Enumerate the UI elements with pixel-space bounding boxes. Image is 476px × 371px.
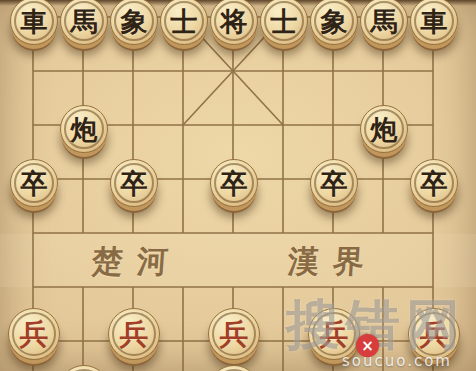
piece-glyph: 卒 xyxy=(211,160,257,206)
piece-black-馬[interactable]: 馬 xyxy=(360,0,408,45)
river-label-han-jie: 漢界 xyxy=(287,241,380,283)
piece-glyph: 兵 xyxy=(409,309,459,359)
piece-glyph: 馬 xyxy=(61,0,107,44)
piece-black-車[interactable]: 車 xyxy=(10,0,58,45)
piece-glyph: 将 xyxy=(211,0,257,44)
piece-glyph: 炮 xyxy=(209,366,259,371)
piece-black-士[interactable]: 士 xyxy=(260,0,308,45)
piece-glyph: 兵 xyxy=(209,309,259,359)
piece-red-兵[interactable]: 兵 xyxy=(308,308,360,360)
piece-glyph: 象 xyxy=(311,0,357,44)
piece-black-士[interactable]: 士 xyxy=(160,0,208,45)
piece-glyph: 卒 xyxy=(311,160,357,206)
piece-glyph: 卒 xyxy=(11,160,57,206)
piece-red-炮[interactable]: 炮 xyxy=(58,365,110,371)
piece-glyph: 士 xyxy=(261,0,307,44)
piece-glyph: 卒 xyxy=(411,160,457,206)
piece-black-象[interactable]: 象 xyxy=(110,0,158,45)
river-label-chu-he: 楚河 xyxy=(91,241,184,283)
piece-red-兵[interactable]: 兵 xyxy=(8,308,60,360)
piece-glyph: 炮 xyxy=(59,366,109,371)
piece-black-炮[interactable]: 炮 xyxy=(360,105,408,153)
piece-black-馬[interactable]: 馬 xyxy=(60,0,108,45)
piece-glyph: 炮 xyxy=(61,106,107,152)
piece-black-炮[interactable]: 炮 xyxy=(60,105,108,153)
piece-black-象[interactable]: 象 xyxy=(310,0,358,45)
piece-glyph: 兵 xyxy=(109,309,159,359)
piece-black-卒[interactable]: 卒 xyxy=(310,159,358,207)
piece-glyph: 兵 xyxy=(9,309,59,359)
piece-black-卒[interactable]: 卒 xyxy=(10,159,58,207)
piece-red-炮[interactable]: 炮 xyxy=(208,365,260,371)
piece-red-兵[interactable]: 兵 xyxy=(408,308,460,360)
piece-glyph: 士 xyxy=(161,0,207,44)
xiangqi-board[interactable]: 楚河 漢界 車馬象士将士象馬車炮炮卒卒卒卒卒兵兵兵兵兵炮炮 搜错网 × souc… xyxy=(0,0,476,371)
piece-glyph: 象 xyxy=(111,0,157,44)
piece-glyph: 車 xyxy=(11,0,57,44)
piece-black-卒[interactable]: 卒 xyxy=(110,159,158,207)
piece-black-卒[interactable]: 卒 xyxy=(210,159,258,207)
piece-red-兵[interactable]: 兵 xyxy=(208,308,260,360)
piece-glyph: 馬 xyxy=(361,0,407,44)
piece-glyph: 車 xyxy=(411,0,457,44)
piece-black-車[interactable]: 車 xyxy=(410,0,458,45)
piece-black-卒[interactable]: 卒 xyxy=(410,159,458,207)
piece-glyph: 卒 xyxy=(111,160,157,206)
piece-black-将[interactable]: 将 xyxy=(210,0,258,45)
piece-glyph: 炮 xyxy=(361,106,407,152)
piece-red-兵[interactable]: 兵 xyxy=(108,308,160,360)
piece-glyph: 兵 xyxy=(309,309,359,359)
